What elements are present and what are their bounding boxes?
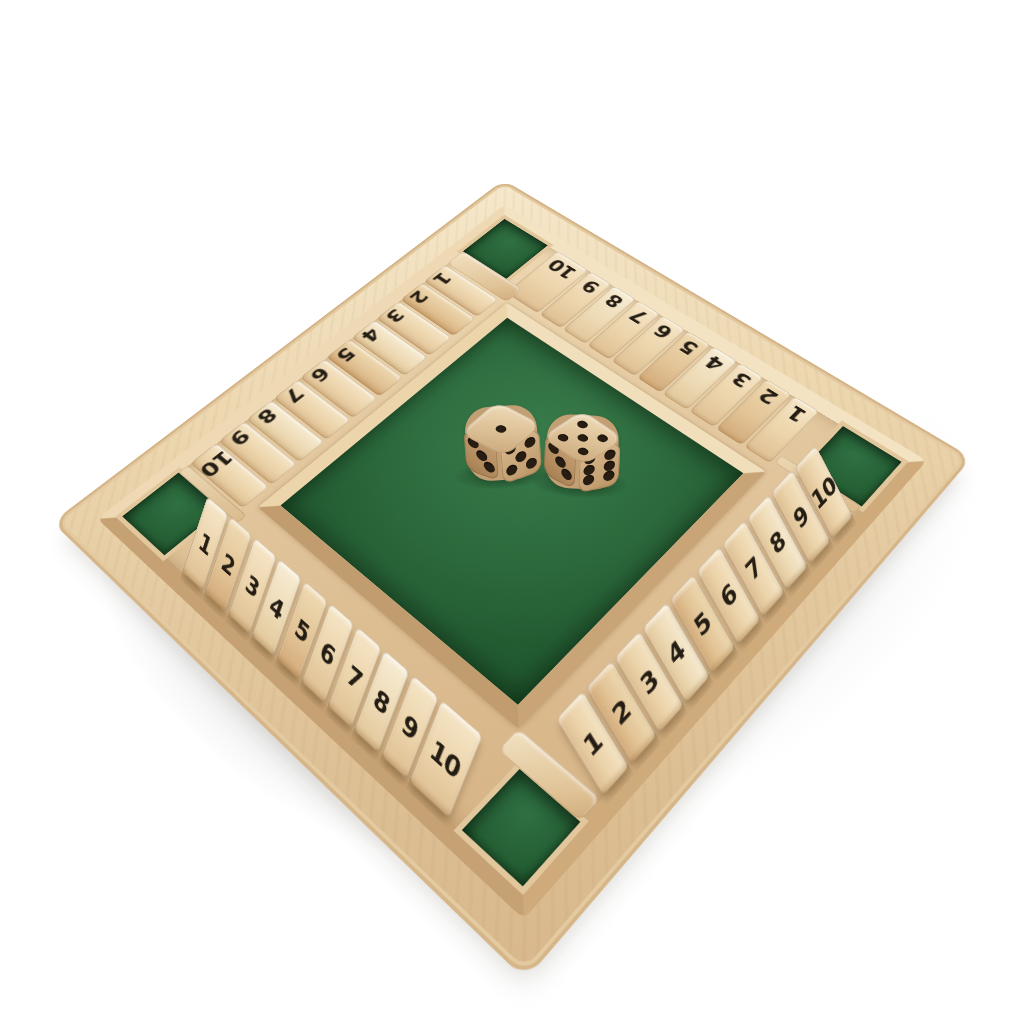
tile-number: 6 bbox=[307, 364, 334, 384]
shut-the-box-board: 1 2 3 4 5 6 7 8 9 10 1 2 3 4 bbox=[61, 185, 964, 969]
pip bbox=[575, 420, 590, 430]
tile-number: 7 bbox=[742, 552, 765, 585]
pip bbox=[583, 474, 595, 486]
tile-number: 9 bbox=[578, 277, 604, 296]
tile-number: 2 bbox=[406, 288, 432, 306]
tile-number: 8 bbox=[767, 526, 789, 559]
tile-number: 5 bbox=[292, 614, 312, 647]
perspective-wrapper: 1 2 3 4 5 6 7 8 9 10 1 2 3 4 bbox=[192, 170, 832, 810]
tile-number: 7 bbox=[626, 306, 652, 326]
pip bbox=[515, 449, 526, 463]
tile-number: 9 bbox=[790, 501, 811, 533]
tile-number: 3 bbox=[382, 306, 408, 325]
tile-number: 1 bbox=[430, 269, 455, 287]
pip bbox=[576, 446, 591, 456]
tile-number: 6 bbox=[717, 579, 740, 613]
pip bbox=[603, 469, 615, 481]
tile-number: 7 bbox=[344, 660, 365, 694]
tile-number: 5 bbox=[691, 607, 715, 641]
pip bbox=[595, 433, 610, 443]
tile-number: 6 bbox=[318, 637, 339, 671]
pip bbox=[525, 456, 536, 470]
tile-number: 8 bbox=[254, 405, 281, 426]
tile-number: 4 bbox=[267, 591, 286, 624]
die-showing-1[interactable] bbox=[458, 400, 546, 488]
pip bbox=[575, 433, 590, 443]
tile-number: 2 bbox=[219, 548, 237, 580]
tile-number: 9 bbox=[226, 427, 253, 449]
tile-number: 3 bbox=[243, 570, 262, 602]
tile-number: 8 bbox=[602, 292, 628, 312]
product-photo-stage: 1 2 3 4 5 6 7 8 9 10 1 2 3 4 bbox=[0, 0, 1024, 1024]
tile-number: 4 bbox=[702, 353, 729, 374]
tile-number: 3 bbox=[637, 664, 662, 699]
tile-number: 5 bbox=[676, 337, 702, 358]
tile-number: 6 bbox=[651, 322, 677, 342]
pip bbox=[494, 424, 509, 434]
tile-number: 5 bbox=[333, 344, 359, 364]
pip bbox=[475, 448, 487, 462]
tile-number: 9 bbox=[399, 709, 421, 744]
pip bbox=[556, 433, 571, 443]
tile-number: 10 bbox=[427, 735, 464, 783]
tile-number: 4 bbox=[665, 635, 689, 670]
tile-number: 7 bbox=[281, 384, 308, 405]
tile-number: 2 bbox=[755, 386, 782, 408]
tile-number: 1 bbox=[580, 725, 607, 761]
tile-number: 10 bbox=[196, 448, 236, 481]
pip bbox=[484, 461, 496, 475]
pip bbox=[506, 463, 517, 477]
tile-number: 8 bbox=[371, 684, 393, 719]
pip bbox=[562, 467, 573, 482]
pip bbox=[555, 454, 566, 469]
die-showing-5[interactable] bbox=[539, 410, 625, 496]
tile-number: 1 bbox=[783, 403, 810, 426]
tile-number: 4 bbox=[358, 325, 384, 344]
tile-number: 1 bbox=[196, 528, 214, 560]
tile-number: 3 bbox=[728, 369, 755, 391]
tile-number: 2 bbox=[609, 694, 635, 730]
